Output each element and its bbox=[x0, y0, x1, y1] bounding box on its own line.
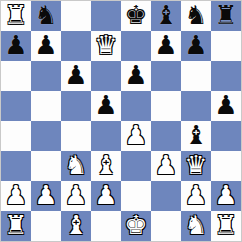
piece-white-pawn-icon: ♟ bbox=[124, 121, 147, 150]
square-d5[interactable]: ♟ bbox=[91, 91, 121, 121]
piece-white-queen-icon: ♛ bbox=[94, 31, 117, 60]
square-e4[interactable]: ♟ bbox=[121, 121, 151, 151]
square-e2[interactable] bbox=[121, 181, 151, 211]
piece-white-king-icon: ♚ bbox=[124, 211, 147, 240]
square-c3[interactable]: ♞ bbox=[61, 151, 91, 181]
square-g8[interactable]: ♞ bbox=[181, 1, 211, 31]
square-a3[interactable] bbox=[1, 151, 31, 181]
piece-black-pawn-icon: ♟ bbox=[94, 91, 117, 120]
square-b8[interactable]: ♞ bbox=[31, 1, 61, 31]
square-c5[interactable] bbox=[61, 91, 91, 121]
chess-board: ♜♞♚♝♞♜♟♟♛♟♟♟♟♟♟♟♝♞♝♟♛♟♟♟♟♟♟♜♝♚♞♜ bbox=[0, 0, 242, 242]
square-e8[interactable]: ♚ bbox=[121, 1, 151, 31]
square-g3[interactable]: ♛ bbox=[181, 151, 211, 181]
piece-black-bishop-icon: ♝ bbox=[154, 1, 177, 30]
square-d8[interactable] bbox=[91, 1, 121, 31]
square-d4[interactable] bbox=[91, 121, 121, 151]
square-d2[interactable]: ♟ bbox=[91, 181, 121, 211]
piece-black-pawn-icon: ♟ bbox=[4, 31, 27, 60]
square-f1[interactable] bbox=[151, 211, 181, 241]
square-g6[interactable] bbox=[181, 61, 211, 91]
square-f7[interactable]: ♟ bbox=[151, 31, 181, 61]
piece-black-rook-icon: ♜ bbox=[214, 1, 237, 30]
square-c8[interactable] bbox=[61, 1, 91, 31]
square-h5[interactable]: ♟ bbox=[211, 91, 241, 121]
square-h2[interactable]: ♟ bbox=[211, 181, 241, 211]
square-a8[interactable]: ♜ bbox=[1, 1, 31, 31]
square-h7[interactable] bbox=[211, 31, 241, 61]
square-e3[interactable] bbox=[121, 151, 151, 181]
piece-white-bishop-icon: ♝ bbox=[94, 151, 117, 180]
square-b2[interactable]: ♟ bbox=[31, 181, 61, 211]
piece-black-knight-icon: ♞ bbox=[34, 1, 57, 30]
square-f6[interactable] bbox=[151, 61, 181, 91]
square-a1[interactable]: ♜ bbox=[1, 211, 31, 241]
square-b5[interactable] bbox=[31, 91, 61, 121]
piece-black-pawn-icon: ♟ bbox=[64, 61, 87, 90]
square-e7[interactable] bbox=[121, 31, 151, 61]
piece-white-bishop-icon: ♝ bbox=[64, 211, 87, 240]
square-a5[interactable] bbox=[1, 91, 31, 121]
piece-white-rook-icon: ♜ bbox=[214, 211, 237, 240]
square-a7[interactable]: ♟ bbox=[1, 31, 31, 61]
square-f4[interactable] bbox=[151, 121, 181, 151]
piece-black-bishop-icon: ♝ bbox=[184, 121, 207, 150]
square-c4[interactable] bbox=[61, 121, 91, 151]
piece-white-knight-icon: ♞ bbox=[64, 151, 87, 180]
square-d6[interactable] bbox=[91, 61, 121, 91]
piece-black-pawn-icon: ♟ bbox=[124, 61, 147, 90]
piece-white-queen-icon: ♛ bbox=[184, 151, 207, 180]
square-c6[interactable]: ♟ bbox=[61, 61, 91, 91]
square-h4[interactable] bbox=[211, 121, 241, 151]
square-b4[interactable] bbox=[31, 121, 61, 151]
piece-black-pawn-icon: ♟ bbox=[34, 31, 57, 60]
square-b6[interactable] bbox=[31, 61, 61, 91]
square-d7[interactable]: ♛ bbox=[91, 31, 121, 61]
square-a2[interactable]: ♟ bbox=[1, 181, 31, 211]
square-f8[interactable]: ♝ bbox=[151, 1, 181, 31]
piece-white-pawn-icon: ♟ bbox=[94, 181, 117, 210]
square-g2[interactable]: ♟ bbox=[181, 181, 211, 211]
square-h1[interactable]: ♜ bbox=[211, 211, 241, 241]
square-g5[interactable] bbox=[181, 91, 211, 121]
square-h6[interactable] bbox=[211, 61, 241, 91]
piece-white-pawn-icon: ♟ bbox=[34, 181, 57, 210]
square-h3[interactable] bbox=[211, 151, 241, 181]
square-a6[interactable] bbox=[1, 61, 31, 91]
square-g7[interactable]: ♟ bbox=[181, 31, 211, 61]
square-e6[interactable]: ♟ bbox=[121, 61, 151, 91]
square-g4[interactable]: ♝ bbox=[181, 121, 211, 151]
piece-white-rook-icon: ♜ bbox=[4, 1, 27, 30]
square-e5[interactable] bbox=[121, 91, 151, 121]
square-d1[interactable] bbox=[91, 211, 121, 241]
piece-black-pawn-icon: ♟ bbox=[184, 31, 207, 60]
square-f2[interactable] bbox=[151, 181, 181, 211]
square-e1[interactable]: ♚ bbox=[121, 211, 151, 241]
piece-white-rook-icon: ♜ bbox=[4, 211, 27, 240]
square-c1[interactable]: ♝ bbox=[61, 211, 91, 241]
square-b3[interactable] bbox=[31, 151, 61, 181]
piece-white-pawn-icon: ♟ bbox=[214, 181, 237, 210]
square-d3[interactable]: ♝ bbox=[91, 151, 121, 181]
piece-white-pawn-icon: ♟ bbox=[184, 181, 207, 210]
piece-white-knight-icon: ♞ bbox=[184, 211, 207, 240]
square-h8[interactable]: ♜ bbox=[211, 1, 241, 31]
square-c7[interactable] bbox=[61, 31, 91, 61]
piece-white-pawn-icon: ♟ bbox=[154, 151, 177, 180]
square-b7[interactable]: ♟ bbox=[31, 31, 61, 61]
square-f3[interactable]: ♟ bbox=[151, 151, 181, 181]
square-a4[interactable] bbox=[1, 121, 31, 151]
piece-white-pawn-icon: ♟ bbox=[4, 181, 27, 210]
piece-black-pawn-icon: ♟ bbox=[154, 31, 177, 60]
square-c2[interactable]: ♟ bbox=[61, 181, 91, 211]
square-b1[interactable] bbox=[31, 211, 61, 241]
piece-white-pawn-icon: ♟ bbox=[64, 181, 87, 210]
piece-black-king-icon: ♚ bbox=[124, 1, 147, 30]
square-f5[interactable] bbox=[151, 91, 181, 121]
square-g1[interactable]: ♞ bbox=[181, 211, 211, 241]
piece-black-knight-icon: ♞ bbox=[184, 1, 207, 30]
piece-black-pawn-icon: ♟ bbox=[214, 91, 237, 120]
